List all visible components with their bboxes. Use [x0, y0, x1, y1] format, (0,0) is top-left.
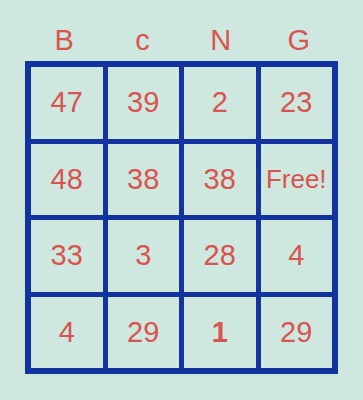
column-letter-b: B	[25, 24, 103, 56]
column-letter-n: N	[182, 24, 260, 56]
bingo-cell[interactable]: 29	[108, 297, 180, 369]
bingo-cell-free[interactable]: Free!	[261, 144, 333, 216]
bingo-cell[interactable]: 48	[31, 144, 103, 216]
column-headers: B c N G	[25, 24, 338, 56]
bingo-cell[interactable]: 29	[261, 297, 333, 369]
bingo-cell[interactable]: 4	[261, 220, 333, 292]
column-letter-g: G	[260, 24, 338, 56]
bingo-cell[interactable]: 38	[108, 144, 180, 216]
column-letter-c: c	[103, 24, 181, 56]
bingo-cell-emphasized[interactable]: 1	[184, 297, 256, 369]
bingo-cell[interactable]: 23	[261, 67, 333, 139]
bingo-cell[interactable]: 28	[184, 220, 256, 292]
bingo-cell[interactable]: 3	[108, 220, 180, 292]
bingo-cell[interactable]: 2	[184, 67, 256, 139]
bingo-cell[interactable]: 33	[31, 220, 103, 292]
bingo-cell[interactable]: 39	[108, 67, 180, 139]
bingo-card: B c N G 47 39 2 23 48 38 38 Free! 33 3 2…	[0, 0, 363, 400]
bingo-cell[interactable]: 38	[184, 144, 256, 216]
bingo-cell[interactable]: 47	[31, 67, 103, 139]
bingo-cell[interactable]: 4	[31, 297, 103, 369]
bingo-grid: 47 39 2 23 48 38 38 Free! 33 3 28 4 4 29…	[25, 61, 338, 374]
